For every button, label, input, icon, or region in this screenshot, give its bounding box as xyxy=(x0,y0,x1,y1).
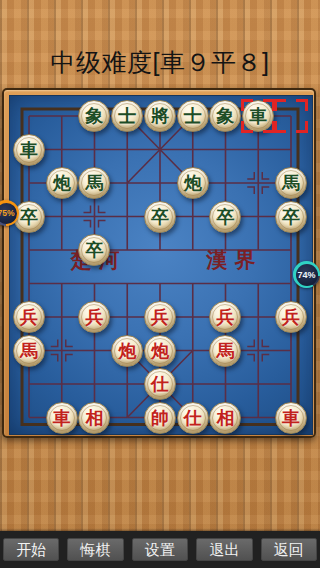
piece-red-兵[interactable]: 兵 xyxy=(13,301,45,333)
piece-red-兵[interactable]: 兵 xyxy=(209,301,241,333)
piece-red-車[interactable]: 車 xyxy=(46,402,78,434)
piece-red-炮[interactable]: 炮 xyxy=(111,335,143,367)
piece-black-炮[interactable]: 炮 xyxy=(46,167,78,199)
piece-glyph: 馬 xyxy=(20,336,38,366)
piece-black-馬[interactable]: 馬 xyxy=(78,167,110,199)
left-progress-value: 75% xyxy=(0,208,15,218)
piece-glyph: 車 xyxy=(282,403,300,433)
piece-glyph: 相 xyxy=(85,403,103,433)
piece-glyph: 炮 xyxy=(53,168,71,198)
piece-glyph: 馬 xyxy=(216,336,234,366)
piece-black-炮[interactable]: 炮 xyxy=(177,167,209,199)
piece-red-相[interactable]: 相 xyxy=(209,402,241,434)
piece-glyph: 車 xyxy=(249,101,267,131)
piece-glyph: 兵 xyxy=(282,302,300,332)
piece-glyph: 馬 xyxy=(282,168,300,198)
piece-black-卒[interactable]: 卒 xyxy=(78,234,110,266)
piece-glyph: 炮 xyxy=(184,168,202,198)
piece-glyph: 馬 xyxy=(85,168,103,198)
piece-glyph: 象 xyxy=(216,101,234,131)
piece-layer: 象士將士象車車炮馬炮馬卒卒卒卒卒兵兵兵兵兵馬炮炮馬仕車相帥仕相車 xyxy=(13,99,308,434)
piece-glyph: 車 xyxy=(53,403,71,433)
piece-glyph: 將 xyxy=(151,101,169,131)
xiangqi-board[interactable]: 楚河 漢界 象士將士象車車炮馬炮馬卒卒卒卒卒兵兵兵兵兵馬炮炮馬仕車相帥仕相車 xyxy=(9,95,313,435)
piece-red-帥[interactable]: 帥 xyxy=(144,402,176,434)
piece-red-車[interactable]: 車 xyxy=(275,402,307,434)
app-screen: 中级难度[車９平８] 楚河 漢界 象士將士象車車炮馬炮馬卒卒卒卒卒兵兵兵兵兵馬炮… xyxy=(0,0,320,568)
piece-red-馬[interactable]: 馬 xyxy=(209,335,241,367)
piece-black-車[interactable]: 車 xyxy=(242,100,274,132)
piece-red-兵[interactable]: 兵 xyxy=(144,301,176,333)
piece-glyph: 卒 xyxy=(85,235,103,265)
piece-red-兵[interactable]: 兵 xyxy=(275,301,307,333)
piece-red-炮[interactable]: 炮 xyxy=(144,335,176,367)
piece-red-相[interactable]: 相 xyxy=(78,402,110,434)
piece-glyph: 兵 xyxy=(20,302,38,332)
piece-glyph: 象 xyxy=(85,101,103,131)
piece-red-馬[interactable]: 馬 xyxy=(13,335,45,367)
difficulty-move-title: 中级难度[車９平８] xyxy=(0,46,320,79)
piece-glyph: 炮 xyxy=(118,336,136,366)
board-frame: 楚河 漢界 象士將士象車車炮馬炮馬卒卒卒卒卒兵兵兵兵兵馬炮炮馬仕車相帥仕相車 xyxy=(2,88,316,438)
piece-black-車[interactable]: 車 xyxy=(13,134,45,166)
piece-black-象[interactable]: 象 xyxy=(78,100,110,132)
right-progress-value: 74% xyxy=(297,270,315,280)
piece-glyph: 兵 xyxy=(151,302,169,332)
piece-glyph: 卒 xyxy=(151,202,169,232)
piece-black-卒[interactable]: 卒 xyxy=(144,201,176,233)
settings-button[interactable]: 设置 xyxy=(132,538,188,561)
piece-glyph: 士 xyxy=(118,101,136,131)
piece-glyph: 兵 xyxy=(216,302,234,332)
piece-glyph: 車 xyxy=(20,135,38,165)
undo-button[interactable]: 悔棋 xyxy=(67,538,123,561)
back-button[interactable]: 返回 xyxy=(261,538,317,561)
start-button[interactable]: 开始 xyxy=(3,538,59,561)
piece-glyph: 仕 xyxy=(151,369,169,399)
piece-black-馬[interactable]: 馬 xyxy=(275,167,307,199)
exit-button[interactable]: 退出 xyxy=(196,538,252,561)
piece-glyph: 卒 xyxy=(282,202,300,232)
piece-glyph: 仕 xyxy=(184,403,202,433)
piece-glyph: 炮 xyxy=(151,336,169,366)
piece-glyph: 兵 xyxy=(85,302,103,332)
piece-black-士[interactable]: 士 xyxy=(177,100,209,132)
piece-red-仕[interactable]: 仕 xyxy=(144,368,176,400)
piece-black-士[interactable]: 士 xyxy=(111,100,143,132)
piece-glyph: 卒 xyxy=(20,202,38,232)
piece-glyph: 卒 xyxy=(216,202,234,232)
piece-red-兵[interactable]: 兵 xyxy=(78,301,110,333)
piece-black-卒[interactable]: 卒 xyxy=(275,201,307,233)
piece-black-將[interactable]: 將 xyxy=(144,100,176,132)
piece-red-仕[interactable]: 仕 xyxy=(177,402,209,434)
piece-black-象[interactable]: 象 xyxy=(209,100,241,132)
right-progress-badge: 74% xyxy=(293,261,320,288)
piece-glyph: 帥 xyxy=(151,403,169,433)
piece-black-卒[interactable]: 卒 xyxy=(209,201,241,233)
piece-glyph: 士 xyxy=(184,101,202,131)
bottom-toolbar: 开始 悔棋 设置 退出 返回 xyxy=(0,531,320,568)
piece-glyph: 相 xyxy=(216,403,234,433)
